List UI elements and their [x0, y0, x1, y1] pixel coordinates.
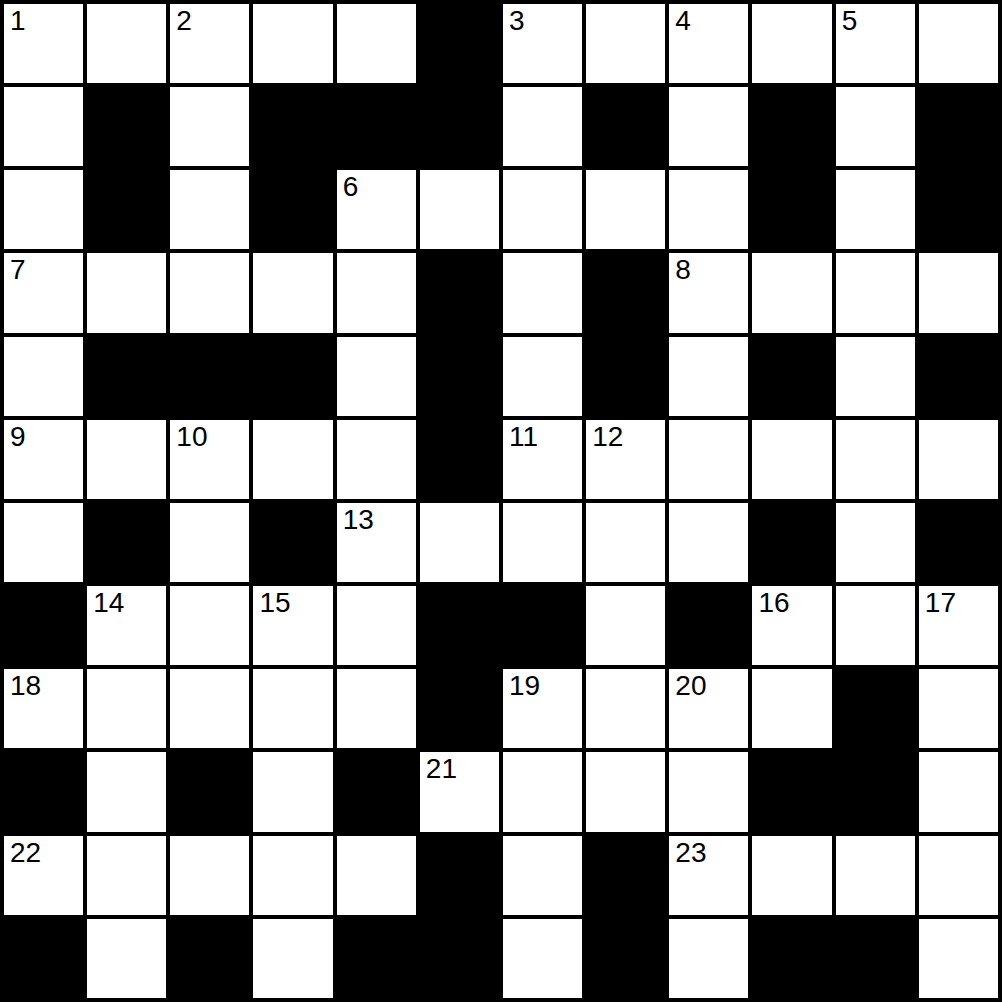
white-cell-r2c7[interactable] — [503, 87, 582, 166]
white-cell-r7c5[interactable]: 13 — [337, 503, 416, 582]
clue-number: 7 — [10, 254, 26, 286]
white-cell-r10c2[interactable] — [87, 752, 166, 831]
white-cell-r5c11[interactable] — [836, 337, 915, 416]
black-cell-r2c4 — [253, 87, 332, 166]
white-cell-r11c7[interactable] — [503, 836, 582, 915]
white-cell-r10c7[interactable] — [503, 752, 582, 831]
black-cell-r12c11 — [836, 919, 915, 998]
white-cell-r6c8[interactable]: 12 — [586, 420, 665, 499]
black-cell-r5c3 — [170, 337, 249, 416]
white-cell-r1c4[interactable] — [253, 4, 332, 83]
white-cell-r1c5[interactable] — [337, 4, 416, 83]
black-cell-r5c10 — [752, 337, 831, 416]
black-cell-r2c6 — [420, 87, 499, 166]
black-cell-r8c1 — [4, 586, 83, 665]
black-cell-r7c4 — [253, 503, 332, 582]
clue-number: 2 — [176, 5, 192, 37]
white-cell-r3c11[interactable] — [836, 170, 915, 249]
black-cell-r2c10 — [752, 87, 831, 166]
black-cell-r3c12 — [919, 170, 998, 249]
white-cell-r8c2[interactable]: 14 — [87, 586, 166, 665]
white-cell-r4c4[interactable] — [253, 253, 332, 332]
white-cell-r1c8[interactable] — [586, 4, 665, 83]
crossword-grid: 1234567891011121314151617181920212223 — [0, 0, 1002, 1002]
white-cell-r8c10[interactable]: 16 — [752, 586, 831, 665]
white-cell-r7c8[interactable] — [586, 503, 665, 582]
black-cell-r5c8 — [586, 337, 665, 416]
white-cell-r6c7[interactable]: 11 — [503, 420, 582, 499]
black-cell-r4c6 — [420, 253, 499, 332]
white-cell-r9c3[interactable] — [170, 669, 249, 748]
white-cell-r9c5[interactable] — [337, 669, 416, 748]
white-cell-r12c4[interactable] — [253, 919, 332, 998]
white-cell-r3c1[interactable] — [4, 170, 83, 249]
white-cell-r1c7[interactable]: 3 — [503, 4, 582, 83]
black-cell-r7c2 — [87, 503, 166, 582]
black-cell-r5c4 — [253, 337, 332, 416]
white-cell-r2c9[interactable] — [669, 87, 748, 166]
black-cell-r3c10 — [752, 170, 831, 249]
black-cell-r10c5 — [337, 752, 416, 831]
clue-number: 17 — [925, 587, 956, 619]
white-cell-r8c3[interactable] — [170, 586, 249, 665]
black-cell-r9c6 — [420, 669, 499, 748]
white-cell-r9c8[interactable] — [586, 669, 665, 748]
white-cell-r6c1[interactable]: 9 — [4, 420, 83, 499]
clue-number: 18 — [10, 670, 41, 702]
white-cell-r9c1[interactable]: 18 — [4, 669, 83, 748]
clue-number: 8 — [675, 254, 691, 286]
white-cell-r7c6[interactable] — [420, 503, 499, 582]
white-cell-r4c12[interactable] — [919, 253, 998, 332]
white-cell-r9c4[interactable] — [253, 669, 332, 748]
black-cell-r9c11 — [836, 669, 915, 748]
white-cell-r3c9[interactable] — [669, 170, 748, 249]
white-cell-r10c9[interactable] — [669, 752, 748, 831]
clue-number: 15 — [259, 587, 290, 619]
clue-number: 10 — [176, 421, 207, 453]
clue-number: 9 — [10, 421, 26, 453]
white-cell-r4c5[interactable] — [337, 253, 416, 332]
clue-number: 12 — [592, 421, 623, 453]
white-cell-r5c1[interactable] — [4, 337, 83, 416]
clue-number: 4 — [675, 5, 691, 37]
white-cell-r8c5[interactable] — [337, 586, 416, 665]
white-cell-r3c7[interactable] — [503, 170, 582, 249]
white-cell-r6c10[interactable] — [752, 420, 831, 499]
clue-number: 23 — [675, 837, 706, 869]
white-cell-r11c12[interactable] — [919, 836, 998, 915]
white-cell-r6c5[interactable] — [337, 420, 416, 499]
white-cell-r1c9[interactable]: 4 — [669, 4, 748, 83]
white-cell-r10c6[interactable]: 21 — [420, 752, 499, 831]
black-cell-r7c12 — [919, 503, 998, 582]
white-cell-r7c11[interactable] — [836, 503, 915, 582]
white-cell-r9c10[interactable] — [752, 669, 831, 748]
black-cell-r12c6 — [420, 919, 499, 998]
white-cell-r6c4[interactable] — [253, 420, 332, 499]
black-cell-r2c2 — [87, 87, 166, 166]
black-cell-r12c3 — [170, 919, 249, 998]
black-cell-r3c4 — [253, 170, 332, 249]
white-cell-r7c3[interactable] — [170, 503, 249, 582]
white-cell-r11c9[interactable]: 23 — [669, 836, 748, 915]
white-cell-r6c3[interactable]: 10 — [170, 420, 249, 499]
white-cell-r11c4[interactable] — [253, 836, 332, 915]
white-cell-r1c10[interactable] — [752, 4, 831, 83]
black-cell-r3c2 — [87, 170, 166, 249]
black-cell-r8c7 — [503, 586, 582, 665]
black-cell-r8c6 — [420, 586, 499, 665]
white-cell-r9c9[interactable]: 20 — [669, 669, 748, 748]
clue-number: 11 — [509, 421, 538, 453]
white-cell-r12c12[interactable] — [919, 919, 998, 998]
white-cell-r4c7[interactable] — [503, 253, 582, 332]
clue-number: 1 — [10, 5, 26, 37]
black-cell-r5c12 — [919, 337, 998, 416]
black-cell-r2c5 — [337, 87, 416, 166]
white-cell-r4c11[interactable] — [836, 253, 915, 332]
white-cell-r2c11[interactable] — [836, 87, 915, 166]
white-cell-r6c2[interactable] — [87, 420, 166, 499]
white-cell-r9c12[interactable] — [919, 669, 998, 748]
white-cell-r3c5[interactable]: 6 — [337, 170, 416, 249]
white-cell-r7c7[interactable] — [503, 503, 582, 582]
white-cell-r5c7[interactable] — [503, 337, 582, 416]
white-cell-r5c5[interactable] — [337, 337, 416, 416]
black-cell-r6c6 — [420, 420, 499, 499]
white-cell-r7c1[interactable] — [4, 503, 83, 582]
white-cell-r1c1[interactable]: 1 — [4, 4, 83, 83]
black-cell-r12c5 — [337, 919, 416, 998]
clue-number: 5 — [842, 5, 858, 37]
white-cell-r7c9[interactable] — [669, 503, 748, 582]
black-cell-r12c8 — [586, 919, 665, 998]
white-cell-r1c11[interactable]: 5 — [836, 4, 915, 83]
white-cell-r2c1[interactable] — [4, 87, 83, 166]
white-cell-r2c3[interactable] — [170, 87, 249, 166]
clue-number: 22 — [10, 837, 41, 869]
black-cell-r10c1 — [4, 752, 83, 831]
white-cell-r11c11[interactable] — [836, 836, 915, 915]
black-cell-r5c6 — [420, 337, 499, 416]
clue-number: 19 — [509, 670, 540, 702]
white-cell-r12c9[interactable] — [669, 919, 748, 998]
white-cell-r4c1[interactable]: 7 — [4, 253, 83, 332]
white-cell-r12c7[interactable] — [503, 919, 582, 998]
white-cell-r10c12[interactable] — [919, 752, 998, 831]
white-cell-r3c6[interactable] — [420, 170, 499, 249]
black-cell-r10c10 — [752, 752, 831, 831]
white-cell-r9c2[interactable] — [87, 669, 166, 748]
white-cell-r12c2[interactable] — [87, 919, 166, 998]
white-cell-r4c2[interactable] — [87, 253, 166, 332]
white-cell-r10c4[interactable] — [253, 752, 332, 831]
white-cell-r11c3[interactable] — [170, 836, 249, 915]
black-cell-r10c11 — [836, 752, 915, 831]
clue-number: 6 — [343, 171, 359, 203]
black-cell-r11c8 — [586, 836, 665, 915]
white-cell-r1c2[interactable] — [87, 4, 166, 83]
clue-number: 21 — [426, 753, 457, 785]
white-cell-r11c2[interactable] — [87, 836, 166, 915]
clue-number: 20 — [675, 670, 706, 702]
black-cell-r11c6 — [420, 836, 499, 915]
white-cell-r8c12[interactable]: 17 — [919, 586, 998, 665]
white-cell-r9c7[interactable]: 19 — [503, 669, 582, 748]
white-cell-r1c12[interactable] — [919, 4, 998, 83]
clue-number: 13 — [343, 504, 374, 536]
clue-number: 3 — [509, 5, 525, 37]
white-cell-r6c9[interactable] — [669, 420, 748, 499]
black-cell-r7c10 — [752, 503, 831, 582]
white-cell-r10c8[interactable] — [586, 752, 665, 831]
black-cell-r8c9 — [669, 586, 748, 665]
white-cell-r11c5[interactable] — [337, 836, 416, 915]
black-cell-r4c8 — [586, 253, 665, 332]
white-cell-r6c12[interactable] — [919, 420, 998, 499]
white-cell-r8c8[interactable] — [586, 586, 665, 665]
black-cell-r2c12 — [919, 87, 998, 166]
black-cell-r12c1 — [4, 919, 83, 998]
black-cell-r2c8 — [586, 87, 665, 166]
white-cell-r3c3[interactable] — [170, 170, 249, 249]
clue-number: 16 — [758, 587, 789, 619]
white-cell-r6c11[interactable] — [836, 420, 915, 499]
white-cell-r11c1[interactable]: 22 — [4, 836, 83, 915]
white-cell-r1c3[interactable]: 2 — [170, 4, 249, 83]
black-cell-r5c2 — [87, 337, 166, 416]
black-cell-r10c3 — [170, 752, 249, 831]
white-cell-r4c9[interactable]: 8 — [669, 253, 748, 332]
white-cell-r4c3[interactable] — [170, 253, 249, 332]
white-cell-r3c8[interactable] — [586, 170, 665, 249]
black-cell-r12c10 — [752, 919, 831, 998]
white-cell-r4c10[interactable] — [752, 253, 831, 332]
clue-number: 14 — [93, 587, 124, 619]
white-cell-r8c11[interactable] — [836, 586, 915, 665]
white-cell-r5c9[interactable] — [669, 337, 748, 416]
black-cell-r1c6 — [420, 4, 499, 83]
white-cell-r11c10[interactable] — [752, 836, 831, 915]
white-cell-r8c4[interactable]: 15 — [253, 586, 332, 665]
